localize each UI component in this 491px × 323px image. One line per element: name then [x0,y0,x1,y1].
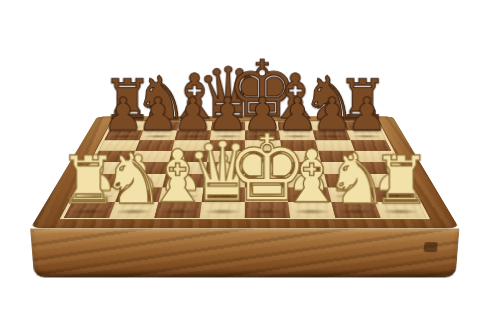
square-d7: ♟ [210,131,245,141]
square-d1: ♛ [200,202,245,218]
square-f5 [282,151,321,162]
square-h3 [364,174,410,187]
piece-white-pawn-f2: ♟ [264,149,354,198]
chess-board: ♜♞♝♛♚♝♞♜♟♟♟♟♟♟♟♟♟♟♟♟♟♟♟♟♜♞♝♛♚♝♞♜ [60,121,431,220]
square-c3 [162,174,205,187]
square-f1: ♝ [288,202,335,218]
square-g5 [318,151,359,162]
photo-scene: ♜♞♝♛♚♝♞♜♟♟♟♟♟♟♟♟♟♟♟♟♟♟♟♟♜♞♝♛♚♝♞♜ [0,0,491,323]
square-b1: ♞ [109,202,158,218]
piece-white-bishop-c1: ♝ [131,141,225,214]
square-f3 [285,174,328,187]
chess-set: ♜♞♝♛♚♝♞♜♟♟♟♟♟♟♟♟♟♟♟♟♟♟♟♟♜♞♝♛♚♝♞♜ [30,116,459,228]
square-b5 [131,151,172,162]
square-d3 [204,174,245,187]
square-f4 [283,162,324,174]
piece-white-bishop-f1: ♝ [265,141,359,214]
square-e7: ♟ [245,131,280,141]
square-a4 [87,162,131,174]
piece-white-pawn-b2: ♟ [93,149,183,198]
square-a5 [93,151,135,162]
square-f7: ♟ [279,131,315,141]
square-c7: ♟ [175,131,211,141]
piece-white-pawn-d2: ♟ [179,149,269,198]
piece-white-pawn-e2: ♟ [221,149,311,198]
square-a3 [80,174,127,187]
square-d5 [207,151,245,162]
square-e3 [245,174,286,187]
square-c4 [166,162,207,174]
square-e1: ♚ [245,202,290,218]
square-e4 [245,162,285,174]
square-h5 [355,151,397,162]
piece-white-pawn-c2: ♟ [136,149,226,198]
square-g3 [324,174,369,187]
square-c5 [169,151,208,162]
square-h7: ♟ [347,131,386,141]
square-c1: ♝ [154,202,201,218]
wood-knot [423,242,437,252]
square-g7: ♟ [313,131,351,141]
square-g4 [321,162,364,174]
square-a1: ♜ [64,202,115,218]
square-d4 [205,162,245,174]
square-b7: ♟ [140,131,178,141]
square-e5 [245,151,283,162]
square-g1: ♞ [331,202,380,218]
piece-white-pawn-g2: ♟ [307,149,397,198]
square-a7: ♟ [104,131,143,141]
square-h1: ♜ [375,202,426,218]
square-b4 [126,162,169,174]
square-b3 [121,174,166,187]
square-h4 [359,162,403,174]
board-front-edge [30,228,459,277]
